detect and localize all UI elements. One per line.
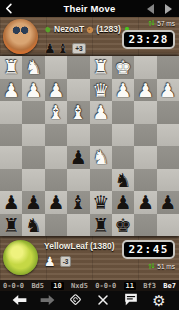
next-move-button[interactable] bbox=[38, 292, 58, 310]
next-game-button[interactable] bbox=[164, 0, 172, 18]
opponent-rating: (1283) bbox=[96, 24, 121, 34]
square-f2[interactable]: ♟ bbox=[45, 79, 67, 102]
opponent-avatar[interactable] bbox=[3, 19, 38, 54]
square-f7[interactable]: ♟ bbox=[45, 191, 67, 214]
opponent-clock: 23:28 bbox=[122, 30, 175, 49]
black-rook: ♜ bbox=[90, 214, 112, 236]
white-pawn: ♟ bbox=[0, 79, 22, 101]
square-e8[interactable] bbox=[67, 214, 89, 237]
square-h1[interactable]: ♜ bbox=[0, 56, 22, 79]
square-b7[interactable]: ♟ bbox=[134, 191, 156, 214]
ping-arrows-icon bbox=[148, 262, 155, 271]
square-d1[interactable]: ♜ bbox=[90, 56, 112, 79]
square-e6[interactable] bbox=[67, 169, 89, 192]
square-h3[interactable] bbox=[0, 101, 22, 124]
black-pawn: ♟ bbox=[134, 191, 156, 213]
move-token[interactable]: Nxd5 bbox=[71, 282, 88, 290]
orange-paw-icon bbox=[86, 20, 94, 38]
move-number[interactable]: 11 bbox=[124, 282, 136, 290]
square-h5[interactable] bbox=[0, 146, 22, 169]
square-a4[interactable] bbox=[157, 124, 179, 147]
move-token[interactable]: 0-0-0 bbox=[95, 282, 116, 290]
square-b3[interactable] bbox=[134, 101, 156, 124]
square-f6[interactable] bbox=[45, 169, 67, 192]
square-c1[interactable]: ♚ bbox=[112, 56, 134, 79]
square-a2[interactable]: ♟ bbox=[157, 79, 179, 102]
opponent-ping: 57 ms bbox=[157, 20, 175, 27]
square-a7[interactable]: ♟ bbox=[157, 191, 179, 214]
square-b2[interactable]: ♟ bbox=[134, 79, 156, 102]
white-pawn: ♟ bbox=[157, 79, 179, 101]
square-c5[interactable] bbox=[112, 146, 134, 169]
top-captured-pieces: ♟♝+3 bbox=[44, 41, 129, 56]
header-bar: Their Move bbox=[0, 0, 179, 17]
forward-arrow-icon bbox=[40, 292, 55, 310]
white-rook: ♜ bbox=[90, 56, 112, 78]
square-a3[interactable] bbox=[157, 101, 179, 124]
takeback-button[interactable] bbox=[66, 292, 86, 310]
material-advantage-badge: +3 bbox=[72, 43, 85, 54]
white-knight: ♞ bbox=[90, 146, 112, 168]
square-g8[interactable]: ♞ bbox=[22, 214, 44, 237]
square-d8[interactable]: ♜ bbox=[90, 214, 112, 237]
square-e5[interactable]: ♟ bbox=[67, 146, 89, 169]
prev-game-button[interactable] bbox=[147, 0, 155, 18]
chat-icon bbox=[124, 292, 138, 310]
black-knight: ♞ bbox=[112, 169, 134, 191]
black-queen: ♛ bbox=[90, 191, 112, 213]
move-number[interactable]: 10 bbox=[51, 282, 63, 290]
square-d5[interactable]: ♞ bbox=[90, 146, 112, 169]
square-b8[interactable] bbox=[134, 214, 156, 237]
black-bishop: ♝ bbox=[67, 191, 89, 213]
square-h8[interactable]: ♜ bbox=[0, 214, 22, 237]
move-list: 0-0-0Bd510Nxd50-0-011Bf3Be7 bbox=[0, 280, 179, 291]
previous-move-button[interactable] bbox=[10, 292, 30, 310]
user-rating: (1380) bbox=[90, 241, 115, 251]
square-e2[interactable] bbox=[67, 79, 89, 102]
white-queen: ♛ bbox=[90, 79, 112, 101]
white-bishop: ♝ bbox=[45, 101, 67, 123]
bottom-captured-pieces: ♟-3 bbox=[44, 254, 115, 269]
square-f5[interactable] bbox=[45, 146, 67, 169]
square-d3[interactable]: ♟ bbox=[90, 101, 112, 124]
user-ping: 51 ms bbox=[157, 263, 175, 270]
square-a8[interactable] bbox=[157, 214, 179, 237]
black-pawn: ♟ bbox=[0, 191, 22, 213]
square-h4[interactable] bbox=[0, 124, 22, 147]
user-panel: YellowLeaf (1380) ♟-3 22:45 51 ms bbox=[0, 236, 179, 280]
captured-black-pawn: ♟ bbox=[44, 42, 56, 56]
move-token[interactable]: Bf3 bbox=[143, 282, 156, 290]
square-a5[interactable] bbox=[157, 146, 179, 169]
white-bishop: ♝ bbox=[67, 101, 89, 123]
resign-close-button[interactable] bbox=[93, 292, 113, 310]
back-arrow-icon bbox=[12, 292, 27, 310]
square-f8[interactable] bbox=[45, 214, 67, 237]
square-e7[interactable]: ♝ bbox=[67, 191, 89, 214]
move-token[interactable]: Be7 bbox=[163, 282, 176, 290]
square-g2[interactable]: ♟ bbox=[22, 79, 44, 102]
white-pawn: ♟ bbox=[112, 79, 134, 101]
chess-board: ♜♞♜♚♟♟♟♛♟♟♟♝♝♟♟♞♞♟♟♟♝♛♟♟♟♜♞♜♚ bbox=[0, 56, 179, 236]
square-a1[interactable] bbox=[157, 56, 179, 79]
square-f1[interactable] bbox=[45, 56, 67, 79]
square-g5[interactable] bbox=[22, 146, 44, 169]
opponent-name: NezoaT bbox=[54, 24, 84, 34]
square-g6[interactable] bbox=[22, 169, 44, 192]
black-pawn: ♟ bbox=[22, 191, 44, 213]
close-icon bbox=[97, 292, 109, 310]
square-e1[interactable] bbox=[67, 56, 89, 79]
chess-app-screen: Their Move NezoaT bbox=[0, 0, 179, 310]
white-king: ♚ bbox=[112, 56, 134, 78]
user-avatar[interactable] bbox=[3, 240, 38, 275]
square-b1[interactable] bbox=[134, 56, 156, 79]
square-f4[interactable] bbox=[45, 124, 67, 147]
white-pawn: ♟ bbox=[45, 79, 67, 101]
square-c3[interactable] bbox=[112, 101, 134, 124]
opponent-panel: NezoaT (1283) ♟♝+3 57 ms 23:28 bbox=[0, 17, 179, 56]
green-hand-icon bbox=[44, 20, 52, 38]
square-g3[interactable] bbox=[22, 101, 44, 124]
square-d6[interactable] bbox=[90, 169, 112, 192]
black-pawn: ♟ bbox=[45, 191, 67, 213]
square-c7[interactable]: ♟ bbox=[112, 191, 134, 214]
square-g7[interactable]: ♟ bbox=[22, 191, 44, 214]
black-rook: ♜ bbox=[0, 214, 22, 236]
captured-white-pawn: ♟ bbox=[44, 255, 56, 269]
ping-arrows-icon bbox=[148, 19, 155, 28]
square-c2[interactable]: ♟ bbox=[112, 79, 134, 102]
square-e4[interactable] bbox=[67, 124, 89, 147]
square-a6[interactable] bbox=[157, 169, 179, 192]
square-h6[interactable] bbox=[0, 169, 22, 192]
square-c8[interactable]: ♚ bbox=[112, 214, 134, 237]
settings-gear-icon: ⚙ bbox=[152, 294, 165, 309]
captured-black-bishop: ♝ bbox=[57, 42, 69, 56]
move-token[interactable]: Bd5 bbox=[31, 282, 44, 290]
white-pawn: ♟ bbox=[90, 101, 112, 123]
square-g4[interactable] bbox=[22, 124, 44, 147]
black-pawn: ♟ bbox=[157, 191, 179, 213]
square-b5[interactable] bbox=[134, 146, 156, 169]
move-token[interactable]: 0-0-0 bbox=[3, 282, 24, 290]
square-d7[interactable]: ♛ bbox=[90, 191, 112, 214]
white-rook: ♜ bbox=[0, 56, 22, 78]
square-b6[interactable] bbox=[134, 169, 156, 192]
settings-button[interactable]: ⚙ bbox=[149, 292, 169, 310]
square-g1[interactable]: ♞ bbox=[22, 56, 44, 79]
white-pawn: ♟ bbox=[22, 79, 44, 101]
black-knight: ♞ bbox=[22, 214, 44, 236]
user-clock: 22:45 bbox=[122, 240, 175, 259]
white-pawn: ♟ bbox=[134, 79, 156, 101]
square-e3[interactable]: ♝ bbox=[67, 101, 89, 124]
black-pawn: ♟ bbox=[67, 146, 89, 168]
square-f3[interactable]: ♝ bbox=[45, 101, 67, 124]
bottom-toolbar: ⚙ bbox=[0, 291, 179, 310]
square-c4[interactable] bbox=[112, 124, 134, 147]
square-d4[interactable] bbox=[90, 124, 112, 147]
takeback-icon bbox=[68, 292, 83, 310]
square-c6[interactable]: ♞ bbox=[112, 169, 134, 192]
square-h2[interactable]: ♟ bbox=[0, 79, 22, 102]
white-knight: ♞ bbox=[22, 56, 44, 78]
square-b4[interactable] bbox=[134, 124, 156, 147]
material-deficit-badge: -3 bbox=[60, 256, 72, 267]
black-king: ♚ bbox=[112, 214, 134, 236]
user-name: YellowLeaf bbox=[44, 241, 88, 251]
chat-button[interactable] bbox=[121, 292, 141, 310]
square-h7[interactable]: ♟ bbox=[0, 191, 22, 214]
square-d2[interactable]: ♛ bbox=[90, 79, 112, 102]
black-pawn: ♟ bbox=[112, 191, 134, 213]
